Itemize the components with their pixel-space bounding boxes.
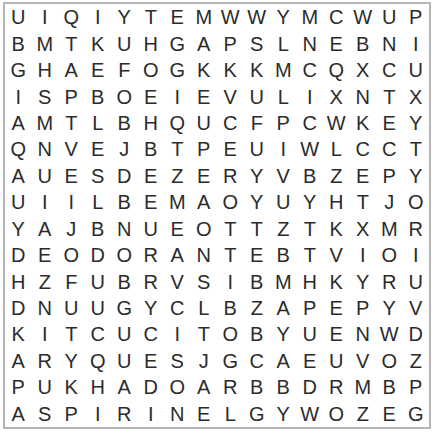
grid-cell-r3c1[interactable]: G	[5, 57, 32, 83]
grid-cell-r14c5[interactable]: U	[111, 348, 138, 374]
grid-cell-r6c13[interactable]: L	[323, 136, 350, 162]
grid-cell-r12c1[interactable]: D	[5, 295, 32, 321]
grid-cell-r2c6[interactable]: H	[138, 30, 165, 56]
grid-cell-r5c4[interactable]: L	[85, 110, 112, 136]
grid-cell-r12c16[interactable]: V	[403, 295, 430, 321]
grid-cell-r2c16[interactable]: I	[403, 30, 430, 56]
grid-cell-r10c2[interactable]: E	[32, 242, 59, 268]
grid-cell-r1c4[interactable]: I	[85, 4, 112, 30]
grid-cell-r15c11[interactable]: B	[270, 374, 297, 400]
grid-cell-r10c16[interactable]: I	[403, 242, 430, 268]
grid-cell-r5c2[interactable]: M	[32, 110, 59, 136]
grid-cell-r16c1[interactable]: A	[5, 401, 32, 427]
grid-cell-r11c16[interactable]: U	[403, 268, 430, 294]
grid-cell-r14c13[interactable]: U	[323, 348, 350, 374]
grid-cell-r12c2[interactable]: N	[32, 295, 59, 321]
grid-cell-r4c12[interactable]: I	[297, 83, 324, 109]
grid-cell-r7c5[interactable]: D	[111, 163, 138, 189]
grid-cell-r16c5[interactable]: R	[111, 401, 138, 427]
grid-cell-r9c15[interactable]: M	[376, 216, 403, 242]
grid-cell-r13c1[interactable]: K	[5, 321, 32, 347]
grid-cell-r2c10[interactable]: S	[244, 30, 271, 56]
grid-cell-r8c11[interactable]: U	[270, 189, 297, 215]
grid-cell-r11c4[interactable]: U	[85, 268, 112, 294]
grid-cell-r14c8[interactable]: J	[191, 348, 218, 374]
grid-cell-r6c2[interactable]: N	[32, 136, 59, 162]
grid-cell-r3c14[interactable]: X	[350, 57, 377, 83]
grid-cell-r11c11[interactable]: M	[270, 268, 297, 294]
grid-cell-r9c8[interactable]: O	[191, 216, 218, 242]
grid-cell-r5c13[interactable]: W	[323, 110, 350, 136]
grid-cell-r1c8[interactable]: M	[191, 4, 218, 30]
grid-cell-r1c7[interactable]: E	[164, 4, 191, 30]
grid-cell-r14c1[interactable]: A	[5, 348, 32, 374]
grid-cell-r14c2[interactable]: R	[32, 348, 59, 374]
grid-cell-r8c2[interactable]: I	[32, 189, 59, 215]
grid-cell-r6c3[interactable]: V	[58, 136, 85, 162]
grid-cell-r10c5[interactable]: O	[111, 242, 138, 268]
grid-cell-r15c7[interactable]: O	[164, 374, 191, 400]
grid-cell-r3c12[interactable]: C	[297, 57, 324, 83]
grid-cell-r12c8[interactable]: L	[191, 295, 218, 321]
grid-cell-r10c8[interactable]: N	[191, 242, 218, 268]
grid-cell-r6c11[interactable]: I	[270, 136, 297, 162]
grid-cell-r13c4[interactable]: C	[85, 321, 112, 347]
grid-cell-r12c11[interactable]: A	[270, 295, 297, 321]
grid-cell-r12c4[interactable]: U	[85, 295, 112, 321]
grid-cell-r13c12[interactable]: U	[297, 321, 324, 347]
grid-cell-r13c16[interactable]: D	[403, 321, 430, 347]
grid-cell-r2c14[interactable]: B	[350, 30, 377, 56]
grid-cell-r8c4[interactable]: L	[85, 189, 112, 215]
grid-cell-r3c2[interactable]: H	[32, 57, 59, 83]
grid-cell-r1c15[interactable]: U	[376, 4, 403, 30]
letter-grid: UIQIYTEMWWYMCWUPBMTKUHGAPSLNEBNIGHAEFOGK…	[5, 4, 429, 427]
grid-cell-r15c6[interactable]: D	[138, 374, 165, 400]
grid-cell-r6c5[interactable]: J	[111, 136, 138, 162]
grid-cell-r2c13[interactable]: E	[323, 30, 350, 56]
grid-cell-r3c10[interactable]: K	[244, 57, 271, 83]
grid-cell-r13c8[interactable]: T	[191, 321, 218, 347]
grid-cell-r3c16[interactable]: U	[403, 57, 430, 83]
grid-cell-r11c1[interactable]: H	[5, 268, 32, 294]
grid-cell-r3c6[interactable]: O	[138, 57, 165, 83]
grid-cell-r16c8[interactable]: E	[191, 401, 218, 427]
grid-cell-r9c7[interactable]: E	[164, 216, 191, 242]
grid-cell-r2c12[interactable]: N	[297, 30, 324, 56]
grid-cell-r5c15[interactable]: E	[376, 110, 403, 136]
grid-cell-r4c1[interactable]: I	[5, 83, 32, 109]
grid-cell-r9c13[interactable]: K	[323, 216, 350, 242]
grid-cell-r15c9[interactable]: R	[217, 374, 244, 400]
grid-cell-r7c10[interactable]: Y	[244, 163, 271, 189]
grid-cell-r3c8[interactable]: K	[191, 57, 218, 83]
grid-cell-r11c9[interactable]: I	[217, 268, 244, 294]
grid-cell-r3c9[interactable]: K	[217, 57, 244, 83]
grid-cell-r5c10[interactable]: F	[244, 110, 271, 136]
grid-cell-r10c9[interactable]: T	[217, 242, 244, 268]
grid-cell-r14c9[interactable]: G	[217, 348, 244, 374]
grid-cell-r13c10[interactable]: B	[244, 321, 271, 347]
grid-cell-r1c11[interactable]: Y	[270, 4, 297, 30]
grid-cell-r15c10[interactable]: B	[244, 374, 271, 400]
grid-cell-r6c6[interactable]: B	[138, 136, 165, 162]
grid-cell-r3c13[interactable]: Q	[323, 57, 350, 83]
grid-cell-r8c6[interactable]: E	[138, 189, 165, 215]
grid-cell-r1c14[interactable]: W	[350, 4, 377, 30]
grid-cell-r16c10[interactable]: G	[244, 401, 271, 427]
grid-cell-r16c3[interactable]: P	[58, 401, 85, 427]
grid-cell-r4c4[interactable]: B	[85, 83, 112, 109]
grid-cell-r11c7[interactable]: V	[164, 268, 191, 294]
grid-cell-r9c14[interactable]: X	[350, 216, 377, 242]
grid-cell-r9c1[interactable]: Y	[5, 216, 32, 242]
grid-cell-r16c6[interactable]: I	[138, 401, 165, 427]
grid-cell-r15c5[interactable]: A	[111, 374, 138, 400]
grid-cell-r7c9[interactable]: R	[217, 163, 244, 189]
grid-cell-r10c3[interactable]: O	[58, 242, 85, 268]
grid-cell-r11c6[interactable]: R	[138, 268, 165, 294]
grid-cell-r4c9[interactable]: V	[217, 83, 244, 109]
grid-cell-r11c14[interactable]: Y	[350, 268, 377, 294]
grid-cell-r16c14[interactable]: Z	[350, 401, 377, 427]
grid-cell-r16c13[interactable]: O	[323, 401, 350, 427]
grid-cell-r5c9[interactable]: C	[217, 110, 244, 136]
grid-cell-r12c12[interactable]: P	[297, 295, 324, 321]
grid-cell-r6c1[interactable]: Q	[5, 136, 32, 162]
grid-cell-r7c13[interactable]: Z	[323, 163, 350, 189]
grid-cell-r1c2[interactable]: I	[32, 4, 59, 30]
grid-cell-r13c5[interactable]: U	[111, 321, 138, 347]
grid-cell-r14c4[interactable]: Q	[85, 348, 112, 374]
grid-cell-r12c10[interactable]: Z	[244, 295, 271, 321]
grid-cell-r8c13[interactable]: H	[323, 189, 350, 215]
grid-cell-r11c10[interactable]: B	[244, 268, 271, 294]
grid-cell-r1c10[interactable]: W	[244, 4, 271, 30]
grid-cell-r12c15[interactable]: Y	[376, 295, 403, 321]
grid-cell-r13c6[interactable]: C	[138, 321, 165, 347]
grid-cell-r11c5[interactable]: B	[111, 268, 138, 294]
grid-cell-r8c9[interactable]: O	[217, 189, 244, 215]
grid-cell-r9c10[interactable]: T	[244, 216, 271, 242]
grid-cell-r8c16[interactable]: O	[403, 189, 430, 215]
grid-cell-r12c5[interactable]: G	[111, 295, 138, 321]
grid-cell-r9c4[interactable]: B	[85, 216, 112, 242]
grid-cell-r15c15[interactable]: B	[376, 374, 403, 400]
grid-cell-r13c14[interactable]: N	[350, 321, 377, 347]
grid-cell-r5c5[interactable]: B	[111, 110, 138, 136]
grid-cell-r16c4[interactable]: I	[85, 401, 112, 427]
grid-cell-r6c9[interactable]: E	[217, 136, 244, 162]
grid-cell-r15c12[interactable]: D	[297, 374, 324, 400]
grid-cell-r3c11[interactable]: M	[270, 57, 297, 83]
grid-cell-r6c14[interactable]: C	[350, 136, 377, 162]
grid-cell-r16c7[interactable]: N	[164, 401, 191, 427]
grid-cell-r1c9[interactable]: W	[217, 4, 244, 30]
grid-cell-r2c4[interactable]: K	[85, 30, 112, 56]
grid-cell-r14c12[interactable]: E	[297, 348, 324, 374]
grid-cell-r10c13[interactable]: V	[323, 242, 350, 268]
grid-cell-r9c16[interactable]: R	[403, 216, 430, 242]
grid-cell-r6c15[interactable]: C	[376, 136, 403, 162]
grid-cell-r7c15[interactable]: P	[376, 163, 403, 189]
grid-cell-r3c4[interactable]: E	[85, 57, 112, 83]
grid-cell-r14c10[interactable]: C	[244, 348, 271, 374]
grid-cell-r6c8[interactable]: P	[191, 136, 218, 162]
grid-cell-r15c2[interactable]: U	[32, 374, 59, 400]
grid-cell-r8c15[interactable]: J	[376, 189, 403, 215]
grid-cell-r14c3[interactable]: Y	[58, 348, 85, 374]
grid-cell-r1c13[interactable]: C	[323, 4, 350, 30]
grid-cell-r14c16[interactable]: Z	[403, 348, 430, 374]
grid-cell-r1c16[interactable]: P	[403, 4, 430, 30]
grid-cell-r11c2[interactable]: Z	[32, 268, 59, 294]
grid-cell-r4c13[interactable]: X	[323, 83, 350, 109]
grid-cell-r14c14[interactable]: V	[350, 348, 377, 374]
grid-cell-r12c14[interactable]: P	[350, 295, 377, 321]
grid-cell-r7c7[interactable]: Z	[164, 163, 191, 189]
grid-cell-r13c7[interactable]: I	[164, 321, 191, 347]
grid-cell-r10c15[interactable]: O	[376, 242, 403, 268]
grid-cell-r5c6[interactable]: H	[138, 110, 165, 136]
grid-cell-r16c9[interactable]: L	[217, 401, 244, 427]
grid-cell-r1c3[interactable]: Q	[58, 4, 85, 30]
grid-cell-r1c5[interactable]: Y	[111, 4, 138, 30]
grid-cell-r9c9[interactable]: T	[217, 216, 244, 242]
grid-cell-r13c9[interactable]: O	[217, 321, 244, 347]
grid-cell-r8c7[interactable]: M	[164, 189, 191, 215]
grid-cell-r11c12[interactable]: H	[297, 268, 324, 294]
grid-cell-r5c3[interactable]: T	[58, 110, 85, 136]
grid-cell-r14c7[interactable]: S	[164, 348, 191, 374]
grid-cell-r15c13[interactable]: R	[323, 374, 350, 400]
grid-cell-r4c10[interactable]: U	[244, 83, 271, 109]
grid-cell-r2c5[interactable]: U	[111, 30, 138, 56]
grid-cell-r10c1[interactable]: D	[5, 242, 32, 268]
grid-cell-r5c12[interactable]: C	[297, 110, 324, 136]
grid-cell-r3c3[interactable]: A	[58, 57, 85, 83]
grid-cell-r4c8[interactable]: E	[191, 83, 218, 109]
grid-cell-r8c5[interactable]: B	[111, 189, 138, 215]
grid-cell-r16c12[interactable]: W	[297, 401, 324, 427]
grid-cell-r12c13[interactable]: E	[323, 295, 350, 321]
grid-cell-r4c3[interactable]: P	[58, 83, 85, 109]
grid-cell-r10c14[interactable]: I	[350, 242, 377, 268]
grid-cell-r9c11[interactable]: Z	[270, 216, 297, 242]
grid-cell-r2c3[interactable]: T	[58, 30, 85, 56]
grid-cell-r2c1[interactable]: B	[5, 30, 32, 56]
grid-cell-r15c14[interactable]: M	[350, 374, 377, 400]
grid-cell-r8c10[interactable]: Y	[244, 189, 271, 215]
grid-cell-r8c1[interactable]: U	[5, 189, 32, 215]
grid-cell-r11c3[interactable]: F	[58, 268, 85, 294]
grid-cell-r6c4[interactable]: E	[85, 136, 112, 162]
grid-cell-r6c10[interactable]: U	[244, 136, 271, 162]
grid-cell-r10c4[interactable]: D	[85, 242, 112, 268]
grid-cell-r9c2[interactable]: A	[32, 216, 59, 242]
grid-cell-r4c7[interactable]: I	[164, 83, 191, 109]
grid-cell-r10c10[interactable]: E	[244, 242, 271, 268]
grid-cell-r6c16[interactable]: T	[403, 136, 430, 162]
word-search-board: UIQIYTEMWWYMCWUPBMTKUHGAPSLNEBNIGHAEFOGK…	[3, 2, 431, 429]
grid-cell-r6c7[interactable]: T	[164, 136, 191, 162]
grid-cell-r8c8[interactable]: A	[191, 189, 218, 215]
grid-cell-r13c2[interactable]: I	[32, 321, 59, 347]
grid-cell-r1c6[interactable]: T	[138, 4, 165, 30]
grid-cell-r13c13[interactable]: E	[323, 321, 350, 347]
grid-cell-r1c12[interactable]: M	[297, 4, 324, 30]
grid-cell-r4c15[interactable]: T	[376, 83, 403, 109]
grid-cell-r15c1[interactable]: P	[5, 374, 32, 400]
grid-cell-r7c4[interactable]: S	[85, 163, 112, 189]
grid-cell-r3c7[interactable]: G	[164, 57, 191, 83]
grid-cell-r10c7[interactable]: A	[164, 242, 191, 268]
grid-cell-r4c11[interactable]: L	[270, 83, 297, 109]
grid-cell-r1c1[interactable]: U	[5, 4, 32, 30]
grid-cell-r7c12[interactable]: B	[297, 163, 324, 189]
grid-cell-r10c12[interactable]: T	[297, 242, 324, 268]
grid-cell-r9c12[interactable]: T	[297, 216, 324, 242]
grid-cell-r2c11[interactable]: L	[270, 30, 297, 56]
grid-cell-r7c11[interactable]: V	[270, 163, 297, 189]
grid-cell-r2c7[interactable]: G	[164, 30, 191, 56]
grid-cell-r7c8[interactable]: E	[191, 163, 218, 189]
grid-cell-r5c11[interactable]: P	[270, 110, 297, 136]
grid-cell-r4c16[interactable]: X	[403, 83, 430, 109]
grid-cell-r8c14[interactable]: T	[350, 189, 377, 215]
grid-cell-r3c15[interactable]: C	[376, 57, 403, 83]
grid-cell-r7c6[interactable]: E	[138, 163, 165, 189]
grid-cell-r4c14[interactable]: N	[350, 83, 377, 109]
grid-cell-r14c6[interactable]: E	[138, 348, 165, 374]
grid-cell-r16c15[interactable]: E	[376, 401, 403, 427]
grid-cell-r11c15[interactable]: R	[376, 268, 403, 294]
grid-cell-r4c2[interactable]: S	[32, 83, 59, 109]
grid-cell-r16c16[interactable]: G	[403, 401, 430, 427]
grid-cell-r15c4[interactable]: H	[85, 374, 112, 400]
grid-cell-r5c8[interactable]: U	[191, 110, 218, 136]
grid-cell-r5c14[interactable]: K	[350, 110, 377, 136]
grid-cell-r14c15[interactable]: O	[376, 348, 403, 374]
grid-cell-r7c16[interactable]: Y	[403, 163, 430, 189]
grid-cell-r2c8[interactable]: A	[191, 30, 218, 56]
grid-cell-r9c5[interactable]: N	[111, 216, 138, 242]
grid-cell-r7c14[interactable]: E	[350, 163, 377, 189]
grid-cell-r13c11[interactable]: Y	[270, 321, 297, 347]
grid-cell-r4c5[interactable]: O	[111, 83, 138, 109]
grid-cell-r7c1[interactable]: A	[5, 163, 32, 189]
grid-cell-r12c3[interactable]: U	[58, 295, 85, 321]
grid-cell-r11c8[interactable]: S	[191, 268, 218, 294]
grid-cell-r6c12[interactable]: W	[297, 136, 324, 162]
grid-cell-r12c6[interactable]: Y	[138, 295, 165, 321]
grid-cell-r15c16[interactable]: P	[403, 374, 430, 400]
grid-cell-r2c15[interactable]: N	[376, 30, 403, 56]
grid-cell-r14c11[interactable]: A	[270, 348, 297, 374]
grid-cell-r13c3[interactable]: T	[58, 321, 85, 347]
grid-cell-r16c11[interactable]: Y	[270, 401, 297, 427]
grid-cell-r10c11[interactable]: B	[270, 242, 297, 268]
grid-cell-r10c6[interactable]: R	[138, 242, 165, 268]
grid-cell-r5c16[interactable]: Y	[403, 110, 430, 136]
grid-cell-r7c3[interactable]: E	[58, 163, 85, 189]
grid-cell-r16c2[interactable]: S	[32, 401, 59, 427]
grid-cell-r5c1[interactable]: A	[5, 110, 32, 136]
grid-cell-r5c7[interactable]: Q	[164, 110, 191, 136]
grid-cell-r2c9[interactable]: P	[217, 30, 244, 56]
grid-cell-r3c5[interactable]: F	[111, 57, 138, 83]
grid-cell-r4c6[interactable]: E	[138, 83, 165, 109]
grid-cell-r2c2[interactable]: M	[32, 30, 59, 56]
grid-cell-r15c3[interactable]: K	[58, 374, 85, 400]
grid-cell-r7c2[interactable]: U	[32, 163, 59, 189]
grid-cell-r8c12[interactable]: Y	[297, 189, 324, 215]
grid-cell-r8c3[interactable]: I	[58, 189, 85, 215]
grid-cell-r13c15[interactable]: W	[376, 321, 403, 347]
grid-cell-r15c8[interactable]: A	[191, 374, 218, 400]
grid-cell-r12c7[interactable]: C	[164, 295, 191, 321]
grid-cell-r9c3[interactable]: J	[58, 216, 85, 242]
grid-cell-r9c6[interactable]: U	[138, 216, 165, 242]
grid-cell-r12c9[interactable]: B	[217, 295, 244, 321]
grid-cell-r11c13[interactable]: K	[323, 268, 350, 294]
